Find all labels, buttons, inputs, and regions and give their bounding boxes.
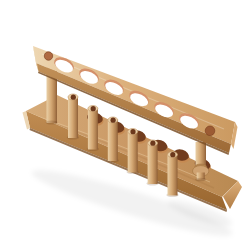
test-tube-rack <box>0 0 250 250</box>
peg-tip <box>111 118 116 123</box>
drying-peg <box>107 117 119 163</box>
peg-tip <box>91 106 96 111</box>
peg-tip <box>130 129 135 134</box>
product-photo <box>0 0 250 250</box>
dowel-tenon <box>44 52 52 60</box>
peg-tip <box>170 152 175 157</box>
drying-peg <box>146 140 158 186</box>
drying-peg <box>127 129 139 175</box>
drying-peg <box>166 152 178 198</box>
drying-peg <box>87 106 99 152</box>
dowel-tenon <box>205 126 215 136</box>
drying-peg <box>67 94 79 140</box>
peg-tip <box>71 95 76 100</box>
peg-tip <box>150 141 155 146</box>
